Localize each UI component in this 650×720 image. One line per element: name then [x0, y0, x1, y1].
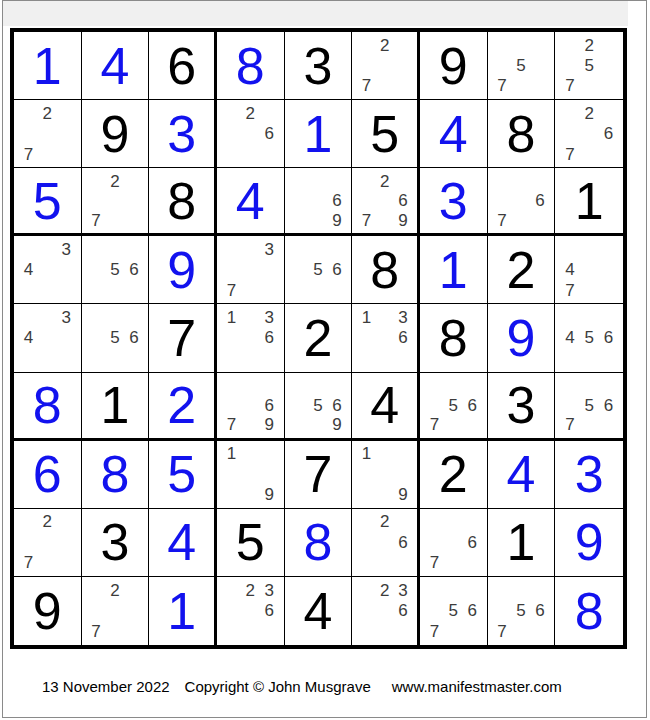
- pencil-mark: 6: [530, 191, 549, 211]
- solved-digit: 3: [439, 175, 468, 227]
- cell-r3c6: 2679: [352, 168, 420, 236]
- cell-r5c6: 136: [352, 304, 420, 372]
- pencil-mark: 2: [106, 171, 125, 191]
- pencil-mark: 6: [124, 328, 143, 348]
- cell-r9c2: 27: [82, 577, 150, 645]
- solved-digit: 6: [33, 448, 62, 500]
- pencil-mark: 3: [394, 307, 412, 327]
- pencil-mark: 2: [376, 171, 394, 191]
- pencil-mark: 3: [57, 239, 76, 259]
- given-digit: 6: [167, 40, 196, 92]
- cell-r3c7: 3: [420, 168, 488, 236]
- cell-r5c1: 34: [14, 304, 82, 372]
- pencil-marks: 37: [217, 236, 284, 303]
- pencil-mark: 6: [260, 395, 279, 415]
- pencil-mark: 7: [493, 211, 512, 231]
- pencil-mark: 6: [530, 601, 549, 622]
- cell-r9c6: 236: [352, 577, 420, 645]
- pencil-mark: 5: [444, 395, 463, 415]
- cell-r5c7: 8: [420, 304, 488, 372]
- pencil-mark: 7: [560, 144, 579, 164]
- pencil-marks: 19: [352, 441, 417, 508]
- cell-r1c1: 1: [14, 32, 82, 100]
- pencil-marks: 236: [352, 577, 417, 645]
- pencil-mark: 5: [580, 395, 599, 415]
- cell-r4c8: 2: [488, 236, 556, 304]
- pencil-mark: 9: [394, 484, 412, 504]
- pencil-mark: 6: [124, 260, 143, 280]
- pencil-marks: 2679: [352, 168, 417, 233]
- cell-r3c1: 5: [14, 168, 82, 236]
- pencil-mark: 4: [560, 328, 579, 348]
- pencil-mark: 2: [106, 580, 125, 601]
- pencil-marks: 67: [420, 509, 487, 576]
- cell-r6c1: 8: [14, 373, 82, 441]
- pencil-marks: 27: [82, 577, 149, 645]
- pencil-mark: 6: [260, 601, 279, 622]
- pencil-mark: 4: [19, 260, 38, 280]
- pencil-mark: 7: [19, 144, 38, 164]
- cell-r4c7: 1: [420, 236, 488, 304]
- pencil-marks: 456: [555, 304, 623, 371]
- cell-r6c3: 2: [149, 373, 217, 441]
- cell-r2c6: 5: [352, 100, 420, 168]
- cell-r1c7: 9: [420, 32, 488, 100]
- cell-r7c2: 8: [82, 441, 150, 509]
- pencil-mark: 7: [493, 621, 512, 642]
- solved-digit: 1: [33, 40, 62, 92]
- pencil-mark: 3: [260, 307, 279, 327]
- cell-r6c7: 567: [420, 373, 488, 441]
- pencil-marks: 26: [217, 100, 284, 167]
- pencil-mark: 4: [560, 260, 579, 280]
- pencil-mark: 7: [560, 280, 579, 300]
- solved-digit: 8: [101, 448, 130, 500]
- cell-r7c5: 7: [285, 441, 353, 509]
- pencil-mark: 7: [560, 76, 579, 96]
- sudoku-board: 1468327957257279326154826752784692679367…: [10, 28, 627, 649]
- pencil-mark: 5: [512, 601, 531, 622]
- footer-copyright: Copyright © John Musgrave: [185, 678, 371, 695]
- pencil-mark: 2: [376, 512, 394, 532]
- pencil-mark: 3: [260, 580, 279, 601]
- cell-r6c4: 679: [217, 373, 285, 441]
- given-digit: 9: [439, 40, 468, 92]
- given-digit: 8: [507, 108, 536, 160]
- pencil-mark: 9: [394, 211, 412, 231]
- pencil-marks: 56: [285, 236, 352, 303]
- pencil-mark: 2: [241, 103, 260, 123]
- pencil-mark: 6: [394, 532, 412, 552]
- cell-r1c4: 8: [217, 32, 285, 100]
- pencil-marks: 56: [82, 236, 149, 303]
- given-digit: 3: [304, 40, 333, 92]
- given-digit: 3: [507, 379, 536, 431]
- cell-r4c5: 56: [285, 236, 353, 304]
- given-digit: 8: [439, 312, 468, 364]
- pencil-mark: 5: [106, 260, 125, 280]
- cell-r7c8: 4: [488, 441, 556, 509]
- cell-r8c5: 8: [285, 509, 353, 577]
- pencil-mark: 9: [260, 415, 279, 435]
- solved-digit: 9: [167, 244, 196, 296]
- pencil-marks: 567: [555, 373, 623, 438]
- pencil-mark: 4: [19, 328, 38, 348]
- given-digit: 2: [439, 448, 468, 500]
- solved-digit: 4: [507, 448, 536, 500]
- cell-r7c3: 5: [149, 441, 217, 509]
- pencil-mark: 5: [309, 260, 328, 280]
- cell-r7c6: 19: [352, 441, 420, 509]
- pencil-mark: 6: [327, 191, 346, 211]
- given-digit: 8: [167, 175, 196, 227]
- cell-r8c6: 26: [352, 509, 420, 577]
- given-digit: 3: [101, 516, 130, 568]
- pencil-mark: 6: [394, 328, 412, 348]
- pencil-marks: 56: [82, 304, 149, 371]
- cell-r8c3: 4: [149, 509, 217, 577]
- pencil-mark: 7: [425, 553, 444, 573]
- solved-digit: 9: [507, 312, 536, 364]
- pencil-mark: 1: [357, 307, 375, 327]
- pencil-mark: 2: [38, 512, 57, 532]
- pencil-mark: 5: [444, 601, 463, 622]
- pencil-marks: 19: [217, 441, 284, 508]
- solved-digit: 4: [167, 516, 196, 568]
- given-digit: 1: [575, 175, 604, 227]
- cell-r3c4: 4: [217, 168, 285, 236]
- cell-r3c5: 69: [285, 168, 353, 236]
- pencil-mark: 7: [222, 415, 241, 435]
- pencil-mark: 3: [57, 307, 76, 327]
- pencil-marks: 27: [14, 100, 81, 167]
- pencil-mark: 7: [19, 553, 38, 573]
- cell-r8c8: 1: [488, 509, 556, 577]
- pencil-marks: 27: [82, 168, 149, 233]
- cell-r6c8: 3: [488, 373, 556, 441]
- pencil-marks: 27: [352, 32, 417, 99]
- pencil-marks: 69: [285, 168, 352, 233]
- cell-r1c2: 4: [82, 32, 150, 100]
- given-digit: 7: [167, 312, 196, 364]
- pencil-marks: 569: [285, 373, 352, 438]
- cell-r9c3: 1: [149, 577, 217, 645]
- cell-r9c7: 567: [420, 577, 488, 645]
- solved-digit: 8: [575, 585, 604, 637]
- pencil-mark: 9: [327, 211, 346, 231]
- pencil-mark: 5: [580, 328, 599, 348]
- cell-r9c8: 567: [488, 577, 556, 645]
- solved-digit: 5: [33, 175, 62, 227]
- pencil-mark: 7: [87, 621, 106, 642]
- given-digit: 1: [507, 516, 536, 568]
- cell-r1c5: 3: [285, 32, 353, 100]
- cell-r2c7: 4: [420, 100, 488, 168]
- cell-r2c8: 8: [488, 100, 556, 168]
- pencil-mark: 6: [463, 532, 482, 552]
- cell-r8c9: 9: [555, 509, 623, 577]
- cell-r5c2: 56: [82, 304, 150, 372]
- cell-r3c3: 8: [149, 168, 217, 236]
- footer: 13 November 2022 Copyright © John Musgra…: [42, 678, 562, 695]
- cell-r1c3: 6: [149, 32, 217, 100]
- cell-r3c2: 27: [82, 168, 150, 236]
- cell-r2c4: 26: [217, 100, 285, 168]
- cell-r6c2: 1: [82, 373, 150, 441]
- cell-r6c5: 569: [285, 373, 353, 441]
- given-digit: 7: [304, 448, 333, 500]
- pencil-mark: 2: [580, 103, 599, 123]
- footer-date: 13 November 2022: [42, 678, 170, 695]
- cell-r2c5: 1: [285, 100, 353, 168]
- cell-r6c6: 4: [352, 373, 420, 441]
- cell-r5c3: 7: [149, 304, 217, 372]
- cell-r2c1: 27: [14, 100, 82, 168]
- pencil-mark: 5: [106, 328, 125, 348]
- pencil-mark: 7: [425, 415, 444, 435]
- pencil-mark: 2: [241, 580, 260, 601]
- pencil-mark: 1: [222, 307, 241, 327]
- given-digit: 5: [370, 108, 399, 160]
- pencil-mark: 6: [394, 191, 412, 211]
- pencil-marks: 267: [555, 100, 623, 167]
- cell-r7c7: 2: [420, 441, 488, 509]
- pencil-mark: 9: [260, 484, 279, 504]
- cell-r8c7: 67: [420, 509, 488, 577]
- pencil-mark: 6: [463, 395, 482, 415]
- pencil-mark: 6: [327, 395, 346, 415]
- solved-digit: 8: [236, 40, 265, 92]
- solved-digit: 1: [167, 585, 196, 637]
- pencil-marks: 567: [488, 577, 555, 645]
- cell-r2c2: 9: [82, 100, 150, 168]
- pencil-marks: 47: [555, 236, 623, 303]
- pencil-marks: 27: [14, 509, 81, 576]
- pencil-marks: 67: [488, 168, 555, 233]
- solved-digit: 3: [575, 448, 604, 500]
- solved-digit: 8: [304, 516, 333, 568]
- pencil-mark: 3: [260, 239, 279, 259]
- pencil-marks: 26: [352, 509, 417, 576]
- cell-r8c1: 27: [14, 509, 82, 577]
- pencil-mark: 2: [580, 35, 599, 55]
- cell-r8c4: 5: [217, 509, 285, 577]
- cell-r9c1: 9: [14, 577, 82, 645]
- pencil-mark: 5: [512, 55, 531, 75]
- given-digit: 2: [304, 312, 333, 364]
- pencil-marks: 136: [352, 304, 417, 371]
- solved-digit: 4: [236, 175, 265, 227]
- cell-r4c2: 56: [82, 236, 150, 304]
- pencil-marks: 567: [420, 373, 487, 438]
- pencil-mark: 2: [376, 580, 394, 601]
- cell-r5c8: 9: [488, 304, 556, 372]
- pencil-mark: 7: [425, 621, 444, 642]
- cell-r7c4: 19: [217, 441, 285, 509]
- pencil-mark: 6: [599, 395, 618, 415]
- pencil-mark: 6: [327, 260, 346, 280]
- cell-r5c5: 2: [285, 304, 353, 372]
- given-digit: 4: [304, 585, 333, 637]
- given-digit: 2: [507, 244, 536, 296]
- pencil-mark: 7: [357, 211, 375, 231]
- pencil-marks: 136: [217, 304, 284, 371]
- pencil-marks: 236: [217, 577, 284, 645]
- cell-r5c9: 456: [555, 304, 623, 372]
- pencil-mark: 6: [463, 601, 482, 622]
- pencil-mark: 1: [222, 444, 241, 464]
- pencil-marks: 34: [14, 236, 81, 303]
- cell-r7c1: 6: [14, 441, 82, 509]
- cell-r9c5: 4: [285, 577, 353, 645]
- pencil-mark: 7: [357, 76, 375, 96]
- cell-r1c9: 257: [555, 32, 623, 100]
- cell-r3c9: 1: [555, 168, 623, 236]
- pencil-mark: 6: [599, 123, 618, 143]
- cell-r2c9: 267: [555, 100, 623, 168]
- cell-r6c9: 567: [555, 373, 623, 441]
- pencil-mark: 7: [493, 76, 512, 96]
- given-digit: 9: [33, 585, 62, 637]
- pencil-mark: 6: [599, 328, 618, 348]
- pencil-marks: 34: [14, 304, 81, 371]
- cell-r4c3: 9: [149, 236, 217, 304]
- solved-digit: 1: [304, 108, 333, 160]
- pencil-mark: 5: [580, 55, 599, 75]
- pencil-mark: 1: [357, 444, 375, 464]
- given-digit: 8: [370, 244, 399, 296]
- pencil-mark: 2: [376, 35, 394, 55]
- cell-r1c6: 27: [352, 32, 420, 100]
- header-band: [3, 1, 628, 26]
- cell-r7c9: 3: [555, 441, 623, 509]
- footer-website: www.manifestmaster.com: [392, 678, 562, 695]
- pencil-mark: 7: [222, 280, 241, 300]
- solved-digit: 4: [439, 108, 468, 160]
- pencil-mark: 7: [87, 211, 106, 231]
- given-digit: 4: [370, 379, 399, 431]
- pencil-mark: 7: [560, 415, 579, 435]
- solved-digit: 2: [167, 379, 196, 431]
- pencil-mark: 2: [38, 103, 57, 123]
- solved-digit: 8: [33, 379, 62, 431]
- pencil-marks: 257: [555, 32, 623, 99]
- cell-r5c4: 136: [217, 304, 285, 372]
- pencil-mark: 6: [260, 123, 279, 143]
- pencil-mark: 6: [394, 601, 412, 622]
- cell-r4c4: 37: [217, 236, 285, 304]
- cell-r4c6: 8: [352, 236, 420, 304]
- cell-r9c4: 236: [217, 577, 285, 645]
- pencil-marks: 567: [420, 577, 487, 645]
- pencil-mark: 3: [394, 580, 412, 601]
- given-digit: 9: [101, 108, 130, 160]
- cell-r3c8: 67: [488, 168, 556, 236]
- solved-digit: 9: [575, 516, 604, 568]
- cell-r4c1: 34: [14, 236, 82, 304]
- cell-r4c9: 47: [555, 236, 623, 304]
- cell-r2c3: 3: [149, 100, 217, 168]
- given-digit: 1: [101, 379, 130, 431]
- pencil-mark: 9: [327, 415, 346, 435]
- pencil-marks: 679: [217, 373, 284, 438]
- solved-digit: 4: [101, 40, 130, 92]
- pencil-marks: 57: [488, 32, 555, 99]
- solved-digit: 1: [439, 244, 468, 296]
- cell-r1c8: 57: [488, 32, 556, 100]
- pencil-mark: 6: [260, 328, 279, 348]
- cell-r8c2: 3: [82, 509, 150, 577]
- cell-r9c9: 8: [555, 577, 623, 645]
- given-digit: 5: [236, 516, 265, 568]
- pencil-mark: 5: [309, 395, 328, 415]
- solved-digit: 3: [167, 108, 196, 160]
- solved-digit: 5: [167, 448, 196, 500]
